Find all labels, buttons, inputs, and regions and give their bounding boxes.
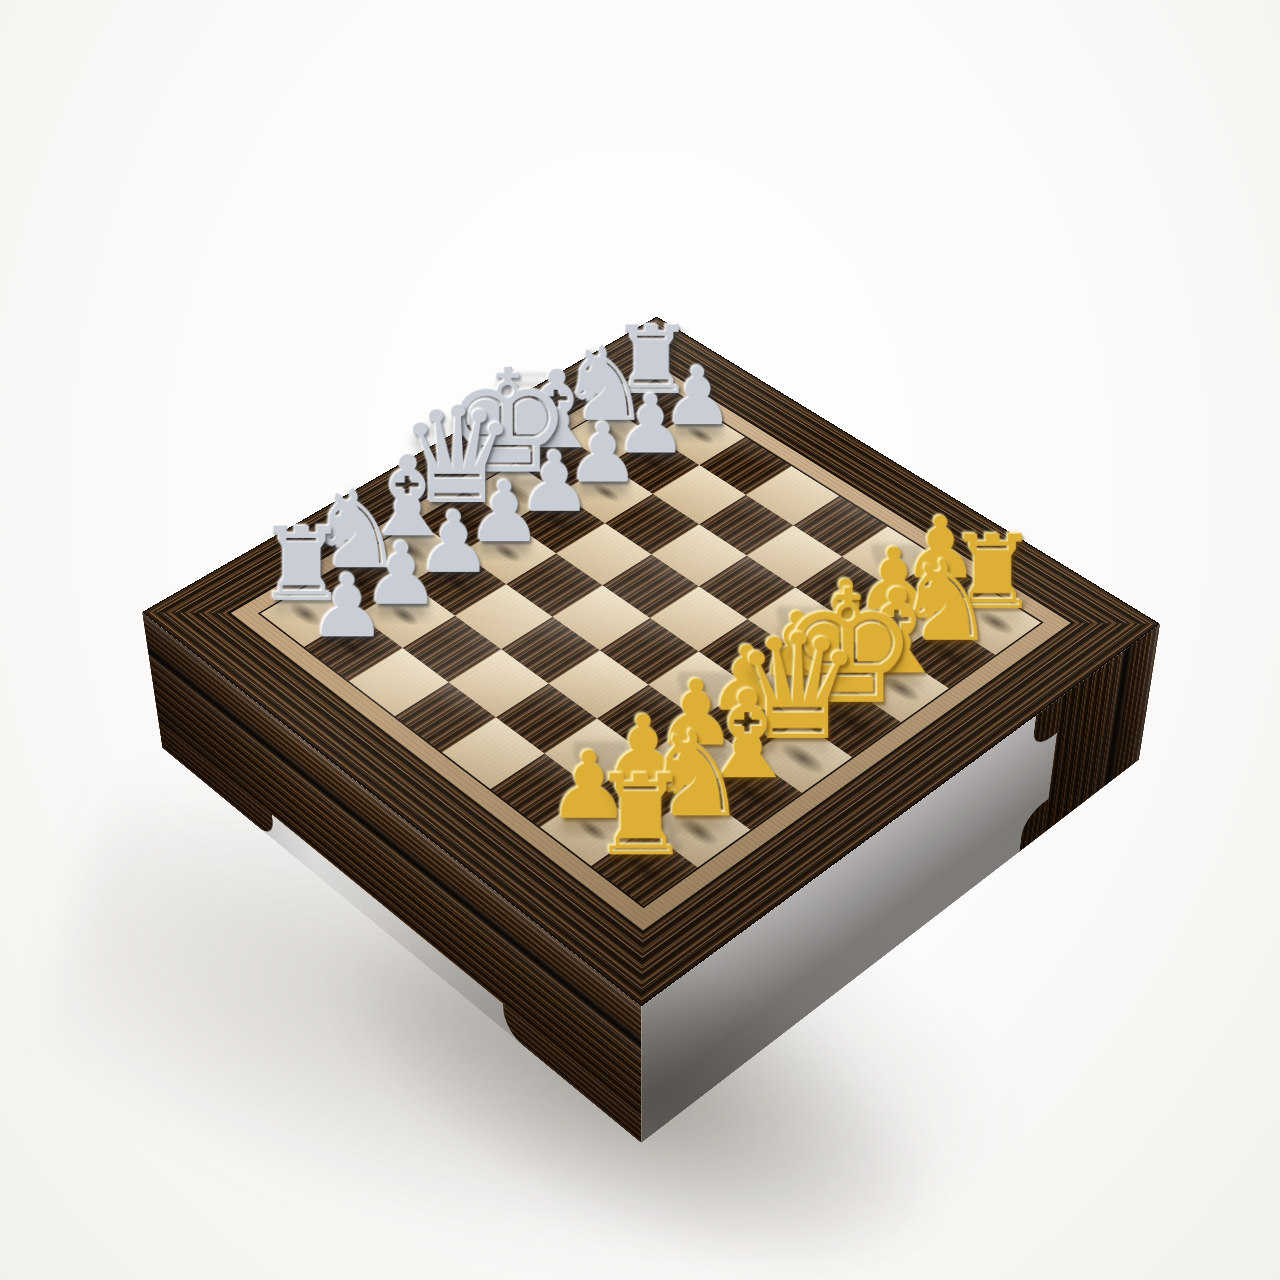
chess-box: ♜♜♞♞♝♝♛♛♚♚♝♝♞♞♜♜♟♟♟♟♟♟♟♟♟♟♟♟♟♟♟♟♟♟♟♟♟♟♟♟… <box>142 317 1160 1007</box>
board-top: ♜♜♞♞♝♝♛♛♚♚♝♝♞♞♜♜♟♟♟♟♟♟♟♟♟♟♟♟♟♟♟♟♟♟♟♟♟♟♟♟… <box>142 317 1160 1007</box>
piece-gold-rook: ♜ <box>580 760 703 872</box>
photo-scene: ♜♜♞♞♝♝♛♛♚♚♝♝♞♞♜♜♟♟♟♟♟♟♟♟♟♟♟♟♟♟♟♟♟♟♟♟♟♟♟♟… <box>0 0 1280 1280</box>
piece-silver-pawn: ♟ <box>300 562 396 649</box>
bracket-foot <box>1020 799 1049 852</box>
